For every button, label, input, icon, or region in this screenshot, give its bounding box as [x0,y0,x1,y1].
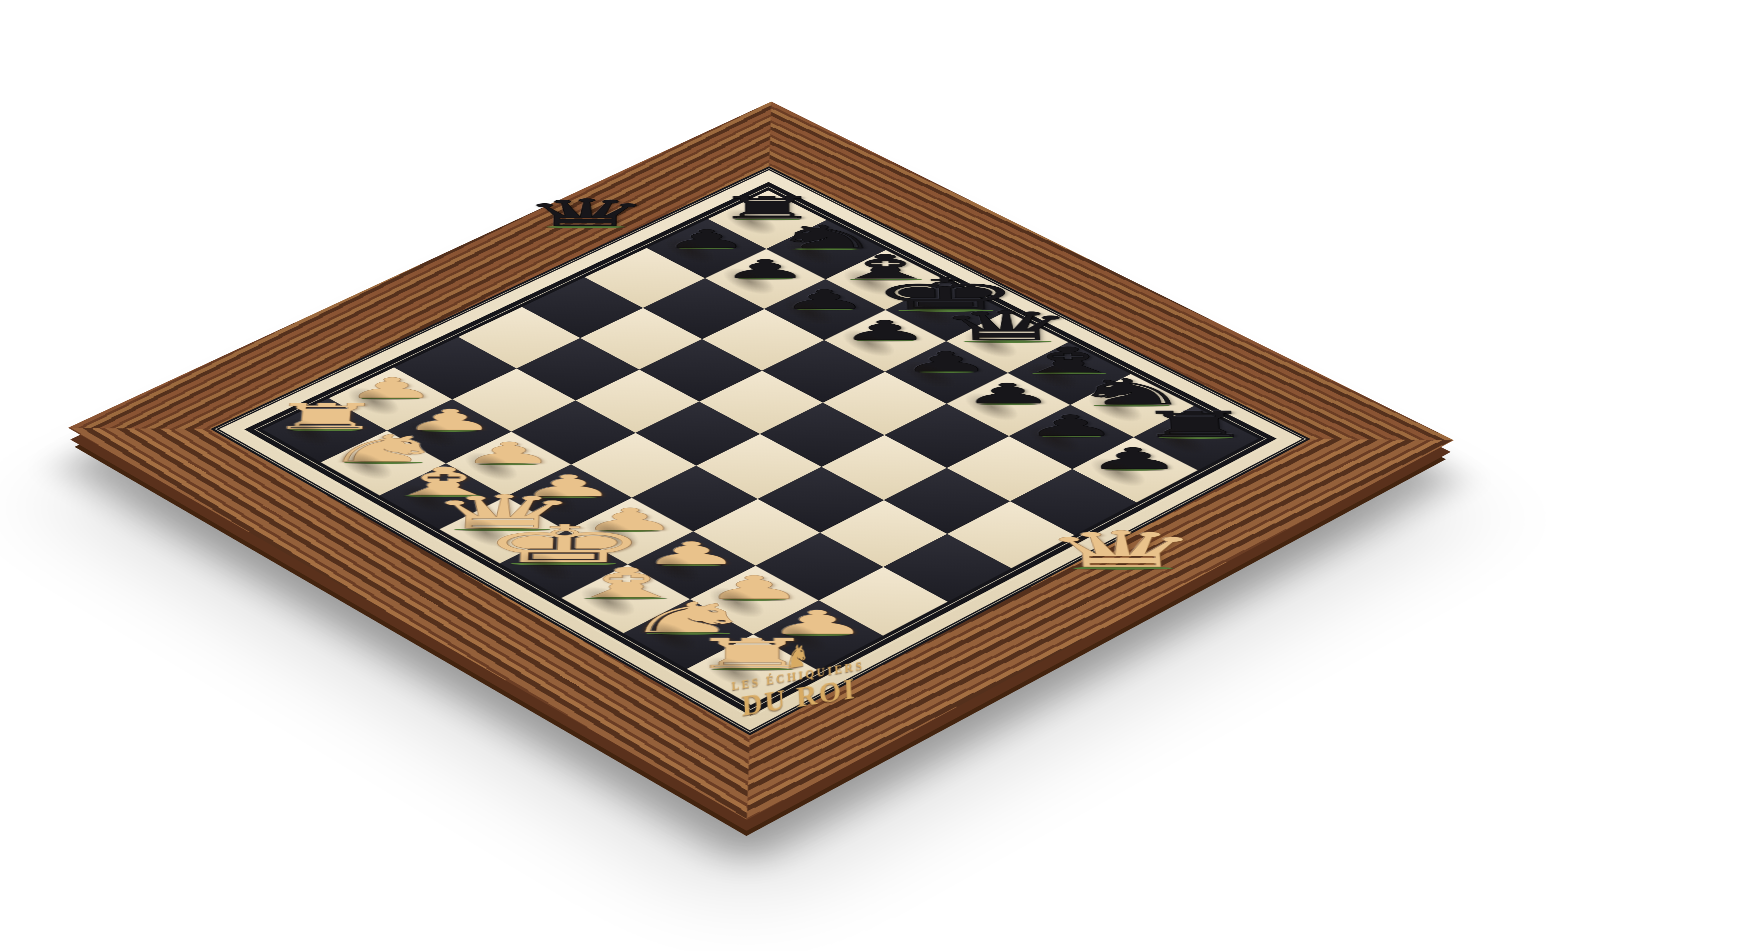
black-pawn[interactable]: ♟ [662,226,751,251]
black-pawn[interactable]: ♟ [1021,412,1120,441]
black-pawn[interactable]: ♟ [959,380,1056,408]
black-pawn[interactable]: ♟ [1084,444,1185,473]
board-3d-scene: ♜♞♝♚♛♝♞♜♟♟♟♟♟♟♟♟♟♟♟♟♟♟♟♟♜♞♝♛♚♝♞♜ ♛♛ [0,0,1752,951]
black-spare-queen[interactable]: ♛ [519,194,653,231]
black-pawn[interactable]: ♟ [720,256,810,282]
black-pawn[interactable]: ♟ [898,348,993,375]
white-spare-queen[interactable]: ♛ [1038,525,1206,575]
black-rook[interactable]: ♜ [1133,407,1256,442]
black-pawn[interactable]: ♟ [779,286,871,312]
black-pawn[interactable]: ♟ [838,317,932,344]
product-photo-stage: ♜♞♝♚♛♝♞♜♟♟♟♟♟♟♟♟♟♟♟♟♟♟♟♟♜♞♝♛♚♝♞♜ ♛♛ ♞ LE… [0,0,1752,951]
